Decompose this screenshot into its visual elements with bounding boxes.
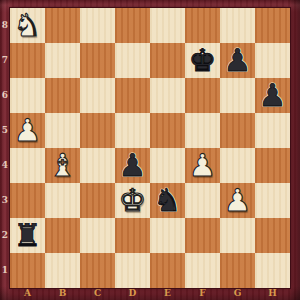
square-c8[interactable] [80, 8, 115, 43]
white-pawn[interactable]: ♟ [10, 113, 45, 148]
rank-label-2: 2 [0, 218, 10, 253]
file-label-f: F [185, 287, 220, 300]
rank-label-1: 1 [0, 253, 10, 288]
square-d7[interactable] [115, 43, 150, 78]
square-d2[interactable] [115, 218, 150, 253]
square-a4[interactable] [10, 148, 45, 183]
rank-label-5: 5 [0, 113, 10, 148]
file-label-e: E [150, 287, 185, 300]
square-b7[interactable] [45, 43, 80, 78]
square-d8[interactable] [115, 8, 150, 43]
square-b6[interactable] [45, 78, 80, 113]
square-c7[interactable] [80, 43, 115, 78]
chess-board: ♞♚♟♟♟♝♟♟♚♞♟♜ [10, 8, 290, 288]
square-h6[interactable]: ♟ [255, 78, 290, 113]
square-f6[interactable] [185, 78, 220, 113]
square-a6[interactable] [10, 78, 45, 113]
square-e1[interactable] [150, 253, 185, 288]
black-knight[interactable]: ♞ [150, 183, 185, 218]
file-label-c: C [80, 287, 115, 300]
square-c3[interactable] [80, 183, 115, 218]
square-c4[interactable] [80, 148, 115, 183]
square-b4[interactable]: ♝ [45, 148, 80, 183]
square-e7[interactable] [150, 43, 185, 78]
square-g7[interactable]: ♟ [220, 43, 255, 78]
square-h5[interactable] [255, 113, 290, 148]
rank-label-7: 7 [0, 43, 10, 78]
square-a8[interactable]: ♞ [10, 8, 45, 43]
square-d1[interactable] [115, 253, 150, 288]
square-e8[interactable] [150, 8, 185, 43]
file-labels: ABCDEFGH [10, 287, 290, 300]
file-label-g: G [220, 287, 255, 300]
white-pawn[interactable]: ♟ [185, 148, 220, 183]
square-e3[interactable]: ♞ [150, 183, 185, 218]
chess-board-frame: 87654321 ♞♚♟♟♟♝♟♟♚♞♟♜ ABCDEFGH [0, 0, 300, 300]
square-b8[interactable] [45, 8, 80, 43]
black-rook[interactable]: ♜ [10, 218, 45, 253]
square-g6[interactable] [220, 78, 255, 113]
square-h8[interactable] [255, 8, 290, 43]
square-d5[interactable] [115, 113, 150, 148]
square-g1[interactable] [220, 253, 255, 288]
square-b3[interactable] [45, 183, 80, 218]
square-f1[interactable] [185, 253, 220, 288]
square-h4[interactable] [255, 148, 290, 183]
square-f5[interactable] [185, 113, 220, 148]
file-label-b: B [45, 287, 80, 300]
square-f7[interactable]: ♚ [185, 43, 220, 78]
square-g2[interactable] [220, 218, 255, 253]
square-e2[interactable] [150, 218, 185, 253]
black-king[interactable]: ♚ [185, 43, 220, 78]
square-c5[interactable] [80, 113, 115, 148]
square-h7[interactable] [255, 43, 290, 78]
white-king[interactable]: ♚ [115, 183, 150, 218]
file-label-d: D [115, 287, 150, 300]
white-bishop[interactable]: ♝ [45, 148, 80, 183]
white-pawn[interactable]: ♟ [220, 183, 255, 218]
square-a1[interactable] [10, 253, 45, 288]
square-a3[interactable] [10, 183, 45, 218]
square-b1[interactable] [45, 253, 80, 288]
square-f2[interactable] [185, 218, 220, 253]
square-c2[interactable] [80, 218, 115, 253]
square-g4[interactable] [220, 148, 255, 183]
square-a5[interactable]: ♟ [10, 113, 45, 148]
white-knight[interactable]: ♞ [10, 8, 45, 43]
square-f8[interactable] [185, 8, 220, 43]
square-c1[interactable] [80, 253, 115, 288]
black-pawn[interactable]: ♟ [255, 78, 290, 113]
black-pawn[interactable]: ♟ [115, 148, 150, 183]
square-h3[interactable] [255, 183, 290, 218]
file-label-a: A [10, 287, 45, 300]
square-c6[interactable] [80, 78, 115, 113]
square-d6[interactable] [115, 78, 150, 113]
square-e5[interactable] [150, 113, 185, 148]
square-h2[interactable] [255, 218, 290, 253]
rank-label-6: 6 [0, 78, 10, 113]
rank-label-4: 4 [0, 148, 10, 183]
square-e4[interactable] [150, 148, 185, 183]
square-f3[interactable] [185, 183, 220, 218]
square-g5[interactable] [220, 113, 255, 148]
rank-label-3: 3 [0, 183, 10, 218]
square-e6[interactable] [150, 78, 185, 113]
square-b2[interactable] [45, 218, 80, 253]
square-h1[interactable] [255, 253, 290, 288]
square-a2[interactable]: ♜ [10, 218, 45, 253]
square-d3[interactable]: ♚ [115, 183, 150, 218]
file-label-h: H [255, 287, 290, 300]
square-b5[interactable] [45, 113, 80, 148]
black-pawn[interactable]: ♟ [220, 43, 255, 78]
square-d4[interactable]: ♟ [115, 148, 150, 183]
square-g8[interactable] [220, 8, 255, 43]
square-a7[interactable] [10, 43, 45, 78]
square-g3[interactable]: ♟ [220, 183, 255, 218]
rank-label-8: 8 [0, 8, 10, 43]
rank-labels: 87654321 [0, 8, 10, 288]
square-f4[interactable]: ♟ [185, 148, 220, 183]
